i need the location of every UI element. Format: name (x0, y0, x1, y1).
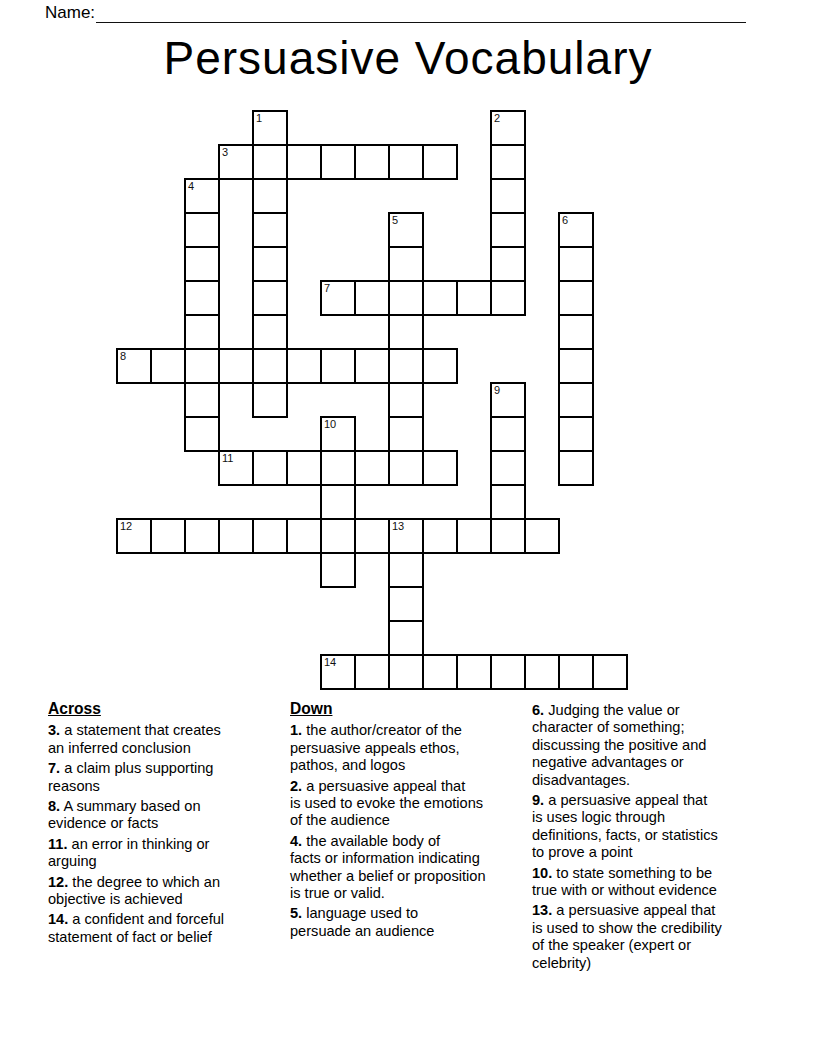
grid-cell-r8c1[interactable]: 8 (116, 348, 152, 384)
grid-cell-r12c7[interactable] (320, 484, 356, 520)
grid-cell-r11c7[interactable] (320, 450, 356, 486)
clue-number-label: 14. (48, 911, 68, 927)
grid-cell-r4c9[interactable]: 5 (388, 212, 424, 248)
grid-cell-r11c9[interactable] (388, 450, 424, 486)
cell-number-7: 7 (324, 283, 330, 294)
grid-cell-r13c1[interactable]: 12 (116, 518, 152, 554)
grid-cell-r16c9[interactable] (388, 620, 424, 656)
clue-number-label: 8. (48, 798, 60, 814)
grid-cell-r13c8[interactable] (354, 518, 390, 554)
grid-cell-r11c10[interactable] (422, 450, 458, 486)
grid-cell-r11c6[interactable] (286, 450, 322, 486)
clues-across-column: Across3. a statement that creates an inf… (48, 700, 286, 949)
grid-cell-r9c14[interactable] (558, 382, 594, 418)
grid-cell-r17c10[interactable] (422, 654, 458, 690)
grid-cell-r17c11[interactable] (456, 654, 492, 690)
grid-cell-r13c11[interactable] (456, 518, 492, 554)
clue-3: 3. a statement that creates an inferred … (48, 722, 286, 757)
grid-cell-r5c3[interactable] (184, 246, 220, 282)
grid-cell-r6c3[interactable] (184, 280, 220, 316)
grid-cell-r3c5[interactable] (252, 178, 288, 214)
cell-number-14: 14 (324, 657, 336, 668)
down-heading: Down (290, 700, 528, 717)
grid-cell-r10c7[interactable]: 10 (320, 416, 356, 452)
clue-8: 8. A summary based on evidence or facts (48, 798, 286, 833)
grid-cell-r2c9[interactable] (388, 144, 424, 180)
grid-cell-r17c14[interactable] (558, 654, 594, 690)
grid-cell-r9c12[interactable]: 9 (490, 382, 526, 418)
grid-cell-r9c9[interactable] (388, 382, 424, 418)
name-label: Name: (45, 3, 95, 23)
grid-cell-r9c3[interactable] (184, 382, 220, 418)
grid-cell-r13c10[interactable] (422, 518, 458, 554)
grid-cell-r13c3[interactable] (184, 518, 220, 554)
grid-cell-r7c5[interactable] (252, 314, 288, 350)
grid-cell-r3c3[interactable]: 4 (184, 178, 220, 214)
grid-cell-r17c7[interactable]: 14 (320, 654, 356, 690)
grid-cell-r13c7[interactable] (320, 518, 356, 554)
grid-cell-r8c6[interactable] (286, 348, 322, 384)
grid-cell-r6c12[interactable] (490, 280, 526, 316)
grid-cell-r11c8[interactable] (354, 450, 390, 486)
clue-number-label: 5. (290, 905, 302, 921)
grid-cell-r5c14[interactable] (558, 246, 594, 282)
cell-number-6: 6 (562, 215, 568, 226)
name-fill-line[interactable] (96, 3, 746, 23)
grid-cell-r14c7[interactable] (320, 552, 356, 588)
cell-number-1: 1 (256, 113, 262, 124)
grid-cell-r13c4[interactable] (218, 518, 254, 554)
across-heading: Across (48, 700, 286, 717)
grid-cell-r17c9[interactable] (388, 654, 424, 690)
cell-number-8: 8 (120, 351, 126, 362)
grid-cell-r13c6[interactable] (286, 518, 322, 554)
clue-number-label: 6. (532, 702, 544, 718)
grid-cell-r7c14[interactable] (558, 314, 594, 350)
grid-cell-r6c9[interactable] (388, 280, 424, 316)
cell-number-3: 3 (222, 147, 228, 158)
clue-number-label: 3. (48, 722, 60, 738)
clue-9: 9. a persuasive appeal that is uses logi… (532, 792, 767, 862)
grid-cell-r3c12[interactable] (490, 178, 526, 214)
clue-number-label: 13. (532, 902, 552, 918)
grid-cell-r7c9[interactable] (388, 314, 424, 350)
grid-cell-r4c5[interactable] (252, 212, 288, 248)
clues-down-column-1: Down1. the author/creator of the persuas… (290, 700, 528, 943)
grid-cell-r10c12[interactable] (490, 416, 526, 452)
grid-cell-r2c8[interactable] (354, 144, 390, 180)
grid-cell-r8c2[interactable] (150, 348, 186, 384)
grid-cell-r11c4[interactable]: 11 (218, 450, 254, 486)
grid-cell-r17c8[interactable] (354, 654, 390, 690)
grid-cell-r2c12[interactable] (490, 144, 526, 180)
clue-13: 13. a persuasive appeal that is used to … (532, 902, 767, 972)
clue-number-label: 7. (48, 760, 60, 776)
grid-cell-r6c7[interactable]: 7 (320, 280, 356, 316)
grid-cell-r11c5[interactable] (252, 450, 288, 486)
grid-cell-r5c12[interactable] (490, 246, 526, 282)
grid-cell-r15c9[interactable] (388, 586, 424, 622)
grid-cell-r14c9[interactable] (388, 552, 424, 588)
clue-7: 7. a claim plus supporting reasons (48, 760, 286, 795)
grid-cell-r7c3[interactable] (184, 314, 220, 350)
grid-cell-r8c3[interactable] (184, 348, 220, 384)
cell-number-11: 11 (222, 453, 233, 464)
clue-12: 12. the degree to which an objective is … (48, 874, 286, 909)
cell-number-4: 4 (188, 181, 194, 192)
clue-6: 6. Judging the value or character of som… (532, 702, 767, 789)
grid-cell-r9c5[interactable] (252, 382, 288, 418)
grid-cell-r13c9[interactable]: 13 (388, 518, 424, 554)
grid-cell-r17c13[interactable] (524, 654, 560, 690)
cell-number-13: 13 (392, 521, 404, 532)
grid-cell-r2c4[interactable]: 3 (218, 144, 254, 180)
grid-cell-r8c10[interactable] (422, 348, 458, 384)
grid-cell-r8c8[interactable] (354, 348, 390, 384)
grid-cell-r2c10[interactable] (422, 144, 458, 180)
clue-number-label: 11. (48, 836, 67, 852)
grid-cell-r13c2[interactable] (150, 518, 186, 554)
clue-number-label: 9. (532, 792, 544, 808)
grid-cell-r2c5[interactable] (252, 144, 288, 180)
grid-cell-r13c12[interactable] (490, 518, 526, 554)
grid-cell-r4c3[interactable] (184, 212, 220, 248)
grid-cell-r5c5[interactable] (252, 246, 288, 282)
clues-down-column-2: 6. Judging the value or character of som… (532, 702, 767, 975)
grid-cell-r8c7[interactable] (320, 348, 356, 384)
clue-number-label: 2. (290, 778, 302, 794)
clue-4: 4. the available body of facts or inform… (290, 833, 528, 903)
cell-number-2: 2 (494, 113, 500, 124)
grid-cell-r2c6[interactable] (286, 144, 322, 180)
cell-number-5: 5 (392, 215, 398, 226)
grid-cell-r6c14[interactable] (558, 280, 594, 316)
grid-cell-r17c12[interactable] (490, 654, 526, 690)
grid-cell-r8c4[interactable] (218, 348, 254, 384)
grid-cell-r10c14[interactable] (558, 416, 594, 452)
grid-cell-r10c9[interactable] (388, 416, 424, 452)
grid-cell-r6c8[interactable] (354, 280, 390, 316)
grid-cell-r10c3[interactable] (184, 416, 220, 452)
grid-cell-r17c15[interactable] (592, 654, 628, 690)
clue-1: 1. the author/creator of the persuasive … (290, 722, 528, 774)
grid-cell-r6c5[interactable] (252, 280, 288, 316)
clue-number-label: 1. (290, 722, 302, 738)
grid-cell-r5c9[interactable] (388, 246, 424, 282)
clue-number-label: 4. (290, 833, 302, 849)
grid-cell-r1c5[interactable]: 1 (252, 110, 288, 146)
cell-number-12: 12 (120, 521, 132, 532)
page-title: Persuasive Vocabulary (0, 31, 816, 85)
grid-cell-r12c12[interactable] (490, 484, 526, 520)
grid-cell-r13c5[interactable] (252, 518, 288, 554)
grid-cell-r8c5[interactable] (252, 348, 288, 384)
clue-number-label: 12. (48, 874, 68, 890)
worksheet-page: Name: Persuasive Vocabulary 123456789101… (0, 0, 816, 1056)
clue-2: 2. a persuasive appeal that is used to e… (290, 778, 528, 830)
cell-number-9: 9 (494, 385, 500, 396)
grid-cell-r4c12[interactable] (490, 212, 526, 248)
grid-cell-r8c14[interactable] (558, 348, 594, 384)
crossword-grid: 1234567891011121314 (116, 110, 630, 692)
grid-cell-r6c10[interactable] (422, 280, 458, 316)
clue-number-label: 10. (532, 865, 552, 881)
grid-cell-r11c12[interactable] (490, 450, 526, 486)
grid-cell-r1c12[interactable]: 2 (490, 110, 526, 146)
clue-5: 5. language used to persuade an audience (290, 905, 528, 940)
cell-number-10: 10 (324, 419, 336, 430)
grid-cell-r8c9[interactable] (388, 348, 424, 384)
grid-cell-r6c11[interactable] (456, 280, 492, 316)
clue-11: 11. an error in thinking or arguing (48, 836, 286, 871)
grid-cell-r11c14[interactable] (558, 450, 594, 486)
clue-10: 10. to state something to be true with o… (532, 865, 767, 900)
grid-cell-r13c13[interactable] (524, 518, 560, 554)
clue-14: 14. a confident and forceful statement o… (48, 911, 286, 946)
grid-cell-r2c7[interactable] (320, 144, 356, 180)
grid-cell-r4c14[interactable]: 6 (558, 212, 594, 248)
